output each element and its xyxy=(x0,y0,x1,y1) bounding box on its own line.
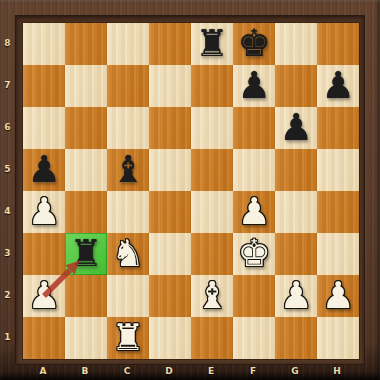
square-d1[interactable] xyxy=(149,317,191,359)
file-label-g: G xyxy=(274,365,316,377)
square-h3[interactable] xyxy=(317,233,359,275)
rank-label-5: 5 xyxy=(0,148,15,190)
square-c6[interactable] xyxy=(107,107,149,149)
square-a2[interactable]: ♟ xyxy=(23,275,65,317)
square-e3[interactable] xyxy=(191,233,233,275)
chessboard-app: ♜♚♟♟♟♟♝♟♟♜♞♚♟♝♟♟♜ 87654321ABCDEFGH xyxy=(0,0,380,380)
piece-white-pawn[interactable]: ♟ xyxy=(317,275,359,317)
rank-label-6: 6 xyxy=(0,106,15,148)
square-b4[interactable] xyxy=(65,191,107,233)
square-h8[interactable] xyxy=(317,23,359,65)
rank-label-1: 1 xyxy=(0,316,15,358)
square-e8[interactable]: ♜ xyxy=(191,23,233,65)
square-e1[interactable] xyxy=(191,317,233,359)
piece-black-rook[interactable]: ♜ xyxy=(191,23,233,65)
piece-black-rook[interactable]: ♜ xyxy=(65,233,107,275)
piece-white-knight[interactable]: ♞ xyxy=(107,233,149,275)
square-g6[interactable]: ♟ xyxy=(275,107,317,149)
square-c2[interactable] xyxy=(107,275,149,317)
piece-white-rook[interactable]: ♜ xyxy=(107,317,149,359)
square-g1[interactable] xyxy=(275,317,317,359)
square-g3[interactable] xyxy=(275,233,317,275)
square-e7[interactable] xyxy=(191,65,233,107)
square-e6[interactable] xyxy=(191,107,233,149)
square-h2[interactable]: ♟ xyxy=(317,275,359,317)
square-d5[interactable] xyxy=(149,149,191,191)
piece-white-pawn[interactable]: ♟ xyxy=(233,191,275,233)
rank-label-7: 7 xyxy=(0,64,15,106)
square-c3[interactable]: ♞ xyxy=(107,233,149,275)
square-h4[interactable] xyxy=(317,191,359,233)
rank-label-3: 3 xyxy=(0,232,15,274)
square-b6[interactable] xyxy=(65,107,107,149)
file-label-a: A xyxy=(22,365,64,377)
square-b7[interactable] xyxy=(65,65,107,107)
square-d6[interactable] xyxy=(149,107,191,149)
piece-black-bishop[interactable]: ♝ xyxy=(107,149,149,191)
square-d4[interactable] xyxy=(149,191,191,233)
square-g4[interactable] xyxy=(275,191,317,233)
chess-board: ♜♚♟♟♟♟♝♟♟♜♞♚♟♝♟♟♜ xyxy=(23,23,359,359)
file-label-h: H xyxy=(316,365,358,377)
square-f6[interactable] xyxy=(233,107,275,149)
square-b2[interactable] xyxy=(65,275,107,317)
file-label-b: B xyxy=(64,365,106,377)
square-f5[interactable] xyxy=(233,149,275,191)
square-e2[interactable]: ♝ xyxy=(191,275,233,317)
square-d3[interactable] xyxy=(149,233,191,275)
piece-black-pawn[interactable]: ♟ xyxy=(317,65,359,107)
square-c7[interactable] xyxy=(107,65,149,107)
piece-black-pawn[interactable]: ♟ xyxy=(23,149,65,191)
square-f4[interactable]: ♟ xyxy=(233,191,275,233)
board-recess: ♜♚♟♟♟♟♝♟♟♜♞♚♟♝♟♟♜ xyxy=(15,15,365,365)
square-h7[interactable]: ♟ xyxy=(317,65,359,107)
square-a6[interactable] xyxy=(23,107,65,149)
piece-black-pawn[interactable]: ♟ xyxy=(275,107,317,149)
square-d8[interactable] xyxy=(149,23,191,65)
square-f1[interactable] xyxy=(233,317,275,359)
square-f3[interactable]: ♚ xyxy=(233,233,275,275)
rank-label-4: 4 xyxy=(0,190,15,232)
rank-label-8: 8 xyxy=(0,22,15,64)
square-b3[interactable]: ♜ xyxy=(65,233,107,275)
square-f8[interactable]: ♚ xyxy=(233,23,275,65)
file-label-d: D xyxy=(148,365,190,377)
piece-black-pawn[interactable]: ♟ xyxy=(233,65,275,107)
file-label-e: E xyxy=(190,365,232,377)
square-g2[interactable]: ♟ xyxy=(275,275,317,317)
square-a4[interactable]: ♟ xyxy=(23,191,65,233)
square-g8[interactable] xyxy=(275,23,317,65)
piece-black-king[interactable]: ♚ xyxy=(233,23,275,65)
square-d2[interactable] xyxy=(149,275,191,317)
square-g7[interactable] xyxy=(275,65,317,107)
square-a3[interactable] xyxy=(23,233,65,275)
square-h6[interactable] xyxy=(317,107,359,149)
piece-white-pawn[interactable]: ♟ xyxy=(23,275,65,317)
square-a5[interactable]: ♟ xyxy=(23,149,65,191)
square-g5[interactable] xyxy=(275,149,317,191)
square-b5[interactable] xyxy=(65,149,107,191)
square-f7[interactable]: ♟ xyxy=(233,65,275,107)
piece-white-bishop[interactable]: ♝ xyxy=(191,275,233,317)
square-c4[interactable] xyxy=(107,191,149,233)
square-b1[interactable] xyxy=(65,317,107,359)
square-e4[interactable] xyxy=(191,191,233,233)
board-frame: ♜♚♟♟♟♟♝♟♟♜♞♚♟♝♟♟♜ 87654321ABCDEFGH xyxy=(0,0,380,380)
square-h5[interactable] xyxy=(317,149,359,191)
square-f2[interactable] xyxy=(233,275,275,317)
square-c5[interactable]: ♝ xyxy=(107,149,149,191)
square-c1[interactable]: ♜ xyxy=(107,317,149,359)
square-c8[interactable] xyxy=(107,23,149,65)
piece-white-pawn[interactable]: ♟ xyxy=(23,191,65,233)
square-a1[interactable] xyxy=(23,317,65,359)
square-e5[interactable] xyxy=(191,149,233,191)
file-label-f: F xyxy=(232,365,274,377)
square-a8[interactable] xyxy=(23,23,65,65)
rank-label-2: 2 xyxy=(0,274,15,316)
square-b8[interactable] xyxy=(65,23,107,65)
file-label-c: C xyxy=(106,365,148,377)
piece-white-pawn[interactable]: ♟ xyxy=(275,275,317,317)
piece-white-king[interactable]: ♚ xyxy=(233,233,275,275)
square-d7[interactable] xyxy=(149,65,191,107)
square-a7[interactable] xyxy=(23,65,65,107)
square-h1[interactable] xyxy=(317,317,359,359)
